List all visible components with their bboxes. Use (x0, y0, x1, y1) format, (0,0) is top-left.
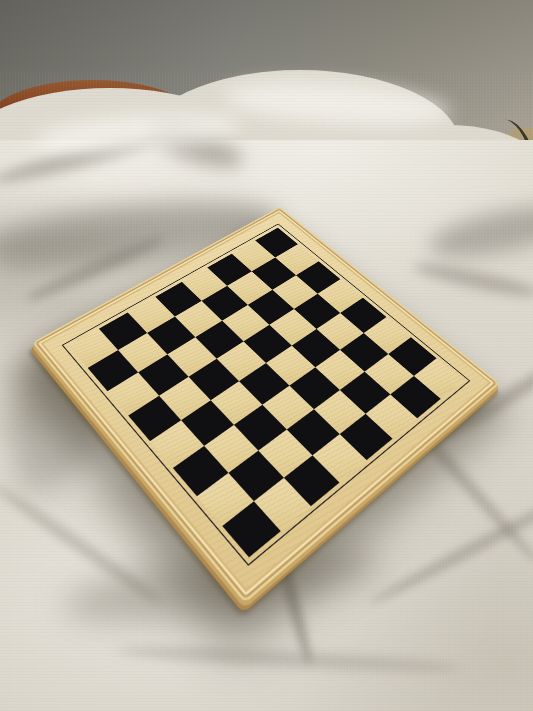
photo-canvas (0, 0, 533, 711)
board-grid (69, 228, 463, 558)
chessboard-scene (100, 197, 432, 529)
